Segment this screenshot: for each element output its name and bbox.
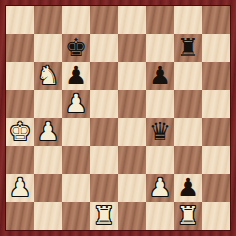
square-b6[interactable]: ♞	[34, 62, 62, 90]
square-g6[interactable]	[174, 62, 202, 90]
square-f6[interactable]: ♟	[146, 62, 174, 90]
square-a5[interactable]	[6, 90, 34, 118]
square-g4[interactable]	[174, 118, 202, 146]
piece-white-pawn-c5[interactable]: ♟	[62, 90, 90, 118]
square-e7[interactable]	[118, 34, 146, 62]
square-a3[interactable]	[6, 146, 34, 174]
piece-black-queen-f4[interactable]: ♛	[146, 118, 174, 146]
square-c4[interactable]	[62, 118, 90, 146]
square-h5[interactable]	[202, 90, 230, 118]
board-frame: ♚♜♞♟♟♟♚♟♛♟♟♟♜♜	[0, 0, 236, 236]
square-a7[interactable]	[6, 34, 34, 62]
piece-white-rook-d1[interactable]: ♜	[90, 202, 118, 230]
square-c2[interactable]	[62, 174, 90, 202]
square-c3[interactable]	[62, 146, 90, 174]
square-a4[interactable]: ♚	[6, 118, 34, 146]
square-g8[interactable]	[174, 6, 202, 34]
piece-white-pawn-f2[interactable]: ♟	[146, 174, 174, 202]
square-d7[interactable]	[90, 34, 118, 62]
piece-black-pawn-g2[interactable]: ♟	[174, 174, 202, 202]
piece-black-pawn-c6[interactable]: ♟	[62, 62, 90, 90]
square-d4[interactable]	[90, 118, 118, 146]
square-e8[interactable]	[118, 6, 146, 34]
square-d8[interactable]	[90, 6, 118, 34]
square-f3[interactable]	[146, 146, 174, 174]
square-h1[interactable]	[202, 202, 230, 230]
square-a6[interactable]	[6, 62, 34, 90]
square-f8[interactable]	[146, 6, 174, 34]
square-d1[interactable]: ♜	[90, 202, 118, 230]
square-b2[interactable]	[34, 174, 62, 202]
square-a1[interactable]	[6, 202, 34, 230]
square-d6[interactable]	[90, 62, 118, 90]
square-b3[interactable]	[34, 146, 62, 174]
square-d3[interactable]	[90, 146, 118, 174]
square-d5[interactable]	[90, 90, 118, 118]
piece-black-pawn-f6[interactable]: ♟	[146, 62, 174, 90]
piece-black-rook-g7[interactable]: ♜	[174, 34, 202, 62]
square-e2[interactable]	[118, 174, 146, 202]
square-e1[interactable]	[118, 202, 146, 230]
square-f5[interactable]	[146, 90, 174, 118]
square-g1[interactable]: ♜	[174, 202, 202, 230]
square-b4[interactable]: ♟	[34, 118, 62, 146]
square-c1[interactable]	[62, 202, 90, 230]
square-e6[interactable]	[118, 62, 146, 90]
piece-white-pawn-b4[interactable]: ♟	[34, 118, 62, 146]
square-a2[interactable]: ♟	[6, 174, 34, 202]
square-e5[interactable]	[118, 90, 146, 118]
square-h4[interactable]	[202, 118, 230, 146]
piece-white-king-a4[interactable]: ♚	[6, 118, 34, 146]
square-a8[interactable]	[6, 6, 34, 34]
square-e3[interactable]	[118, 146, 146, 174]
square-b1[interactable]	[34, 202, 62, 230]
piece-white-pawn-a2[interactable]: ♟	[6, 174, 34, 202]
square-c8[interactable]	[62, 6, 90, 34]
square-b7[interactable]	[34, 34, 62, 62]
square-e4[interactable]	[118, 118, 146, 146]
square-f2[interactable]: ♟	[146, 174, 174, 202]
square-h7[interactable]	[202, 34, 230, 62]
square-f4[interactable]: ♛	[146, 118, 174, 146]
square-b5[interactable]	[34, 90, 62, 118]
square-f1[interactable]	[146, 202, 174, 230]
square-d2[interactable]	[90, 174, 118, 202]
square-g3[interactable]	[174, 146, 202, 174]
chess-board: ♚♜♞♟♟♟♚♟♛♟♟♟♜♜	[6, 6, 230, 230]
square-h6[interactable]	[202, 62, 230, 90]
square-f7[interactable]	[146, 34, 174, 62]
square-h8[interactable]	[202, 6, 230, 34]
square-c6[interactable]: ♟	[62, 62, 90, 90]
piece-white-rook-g1[interactable]: ♜	[174, 202, 202, 230]
square-b8[interactable]	[34, 6, 62, 34]
square-c7[interactable]: ♚	[62, 34, 90, 62]
piece-white-knight-b6[interactable]: ♞	[34, 62, 62, 90]
square-h2[interactable]	[202, 174, 230, 202]
square-g5[interactable]	[174, 90, 202, 118]
square-g2[interactable]: ♟	[174, 174, 202, 202]
square-h3[interactable]	[202, 146, 230, 174]
square-c5[interactable]: ♟	[62, 90, 90, 118]
piece-black-king-c7[interactable]: ♚	[62, 34, 90, 62]
square-g7[interactable]: ♜	[174, 34, 202, 62]
